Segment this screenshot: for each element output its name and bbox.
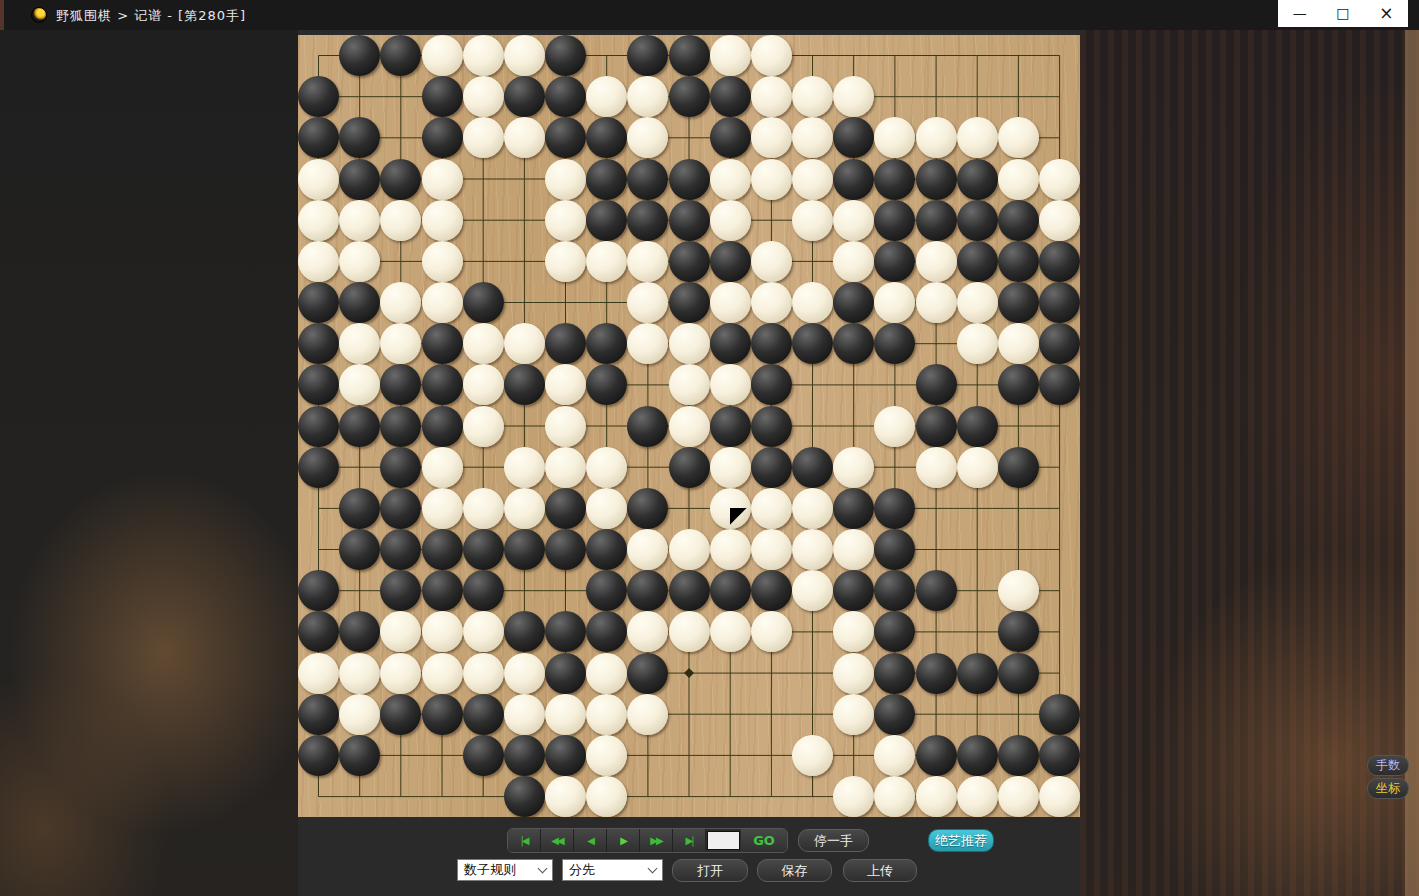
- chevron-down-icon: [538, 863, 548, 873]
- black-stone: [339, 35, 380, 76]
- white-stone: [874, 406, 915, 447]
- close-button[interactable]: ×: [1366, 0, 1406, 27]
- black-stone: [710, 323, 751, 364]
- white-stone: [833, 200, 874, 241]
- black-stone: [298, 447, 339, 488]
- black-stone: [298, 282, 339, 323]
- black-stone: [422, 406, 463, 447]
- white-stone: [545, 694, 586, 735]
- chevron-down-icon: [648, 863, 658, 873]
- black-stone: [627, 653, 668, 694]
- black-stone: [422, 117, 463, 158]
- black-stone: [669, 35, 710, 76]
- black-stone: [504, 364, 545, 405]
- black-stone: [380, 529, 421, 570]
- ai-recommend-button[interactable]: 绝艺推荐: [928, 829, 994, 852]
- pass-button[interactable]: 停一手: [798, 829, 869, 852]
- white-stone: [751, 488, 792, 529]
- save-button[interactable]: 保存: [757, 859, 832, 882]
- black-stone: [792, 447, 833, 488]
- white-stone: [298, 159, 339, 200]
- star-point: [684, 668, 694, 678]
- black-stone: [298, 323, 339, 364]
- black-stone: [586, 159, 627, 200]
- white-stone: [298, 241, 339, 282]
- rule-select[interactable]: 数子规则: [457, 859, 553, 881]
- back-button[interactable]: ◀: [574, 829, 607, 852]
- white-stone: [792, 117, 833, 158]
- black-stone: [669, 570, 710, 611]
- white-stone: [751, 282, 792, 323]
- background-art-left: [0, 30, 298, 896]
- handicap-select[interactable]: 分先: [562, 859, 663, 881]
- black-stone: [998, 653, 1039, 694]
- black-stone: [916, 200, 957, 241]
- white-stone: [422, 35, 463, 76]
- black-stone: [339, 488, 380, 529]
- black-stone: [710, 406, 751, 447]
- black-stone: [916, 653, 957, 694]
- black-stone: [1039, 241, 1080, 282]
- first-move-button[interactable]: |◀: [508, 829, 541, 852]
- white-stone: [751, 529, 792, 570]
- black-stone: [751, 570, 792, 611]
- black-stone: [957, 653, 998, 694]
- forward-button[interactable]: ▶: [607, 829, 640, 852]
- black-stone: [916, 406, 957, 447]
- move-jump-input[interactable]: [707, 831, 740, 850]
- white-stone: [545, 159, 586, 200]
- move-numbers-toggle[interactable]: 手数: [1367, 755, 1409, 776]
- white-stone: [669, 406, 710, 447]
- go-button[interactable]: GO: [741, 829, 787, 852]
- go-board[interactable]: [298, 35, 1080, 817]
- black-stone: [874, 488, 915, 529]
- black-stone: [298, 76, 339, 117]
- black-stone: [504, 735, 545, 776]
- white-stone: [298, 200, 339, 241]
- black-stone: [710, 570, 751, 611]
- black-stone: [751, 447, 792, 488]
- white-stone: [545, 200, 586, 241]
- black-stone: [627, 200, 668, 241]
- black-stone: [957, 200, 998, 241]
- white-stone: [380, 200, 421, 241]
- white-stone: [463, 364, 504, 405]
- white-stone: [833, 694, 874, 735]
- black-stone: [504, 611, 545, 652]
- maximize-button[interactable]: □: [1323, 0, 1363, 27]
- black-stone: [463, 735, 504, 776]
- white-stone: [545, 406, 586, 447]
- black-stone: [627, 488, 668, 529]
- black-stone: [422, 529, 463, 570]
- white-stone: [380, 282, 421, 323]
- white-stone: [339, 241, 380, 282]
- black-stone: [710, 241, 751, 282]
- black-stone: [627, 406, 668, 447]
- white-stone: [422, 159, 463, 200]
- black-stone: [298, 694, 339, 735]
- fast-back-icon: ◀◀: [551, 829, 562, 852]
- white-stone: [998, 776, 1039, 817]
- forward-icon: ▶: [620, 829, 626, 852]
- white-stone: [751, 611, 792, 652]
- white-stone: [504, 35, 545, 76]
- app-logo-icon: [31, 7, 47, 23]
- black-stone: [1039, 735, 1080, 776]
- black-stone: [669, 282, 710, 323]
- white-stone: [751, 76, 792, 117]
- white-stone: [998, 323, 1039, 364]
- white-stone: [998, 159, 1039, 200]
- white-stone: [751, 117, 792, 158]
- white-stone: [463, 611, 504, 652]
- white-stone: [1039, 159, 1080, 200]
- black-stone: [422, 694, 463, 735]
- white-stone: [627, 241, 668, 282]
- window-controls: — □ ×: [1278, 0, 1408, 27]
- black-stone: [422, 570, 463, 611]
- white-stone: [1039, 200, 1080, 241]
- black-stone: [463, 570, 504, 611]
- black-stone: [916, 570, 957, 611]
- white-stone: [916, 776, 957, 817]
- white-stone: [669, 529, 710, 570]
- white-stone: [710, 35, 751, 76]
- white-stone: [957, 323, 998, 364]
- black-stone: [545, 76, 586, 117]
- black-stone: [916, 735, 957, 776]
- fast-back-button[interactable]: ◀◀: [541, 829, 574, 852]
- black-stone: [586, 529, 627, 570]
- last-move-button[interactable]: ▶|: [673, 829, 706, 852]
- black-stone: [874, 200, 915, 241]
- black-stone: [916, 364, 957, 405]
- black-stone: [422, 364, 463, 405]
- white-stone: [792, 570, 833, 611]
- black-stone: [710, 76, 751, 117]
- white-stone: [463, 653, 504, 694]
- black-stone: [298, 406, 339, 447]
- white-stone: [833, 653, 874, 694]
- black-stone: [380, 694, 421, 735]
- minimize-button[interactable]: —: [1280, 0, 1320, 27]
- black-stone: [669, 241, 710, 282]
- black-stone: [669, 200, 710, 241]
- open-button[interactable]: 打开: [672, 859, 748, 882]
- white-stone: [463, 35, 504, 76]
- black-stone: [998, 611, 1039, 652]
- white-stone: [669, 364, 710, 405]
- black-stone: [957, 735, 998, 776]
- black-stone: [957, 159, 998, 200]
- black-stone: [957, 241, 998, 282]
- black-stone: [669, 447, 710, 488]
- white-stone: [339, 200, 380, 241]
- black-stone: [998, 735, 1039, 776]
- white-stone: [586, 447, 627, 488]
- white-stone: [710, 529, 751, 570]
- white-stone: [874, 735, 915, 776]
- white-stone: [422, 200, 463, 241]
- app-window: 野狐围棋 > 记谱 - [第280手] — □ × |◀ ◀◀ ◀ ▶ ▶▶ ▶…: [0, 0, 1419, 896]
- white-stone: [586, 241, 627, 282]
- black-stone: [998, 200, 1039, 241]
- white-stone: [504, 488, 545, 529]
- white-stone: [792, 159, 833, 200]
- white-stone: [998, 117, 1039, 158]
- white-stone: [916, 117, 957, 158]
- white-stone: [504, 694, 545, 735]
- white-stone: [504, 117, 545, 158]
- black-stone: [463, 282, 504, 323]
- white-stone: [833, 776, 874, 817]
- white-stone: [669, 323, 710, 364]
- back-icon: ◀: [587, 829, 593, 852]
- black-stone: [298, 117, 339, 158]
- white-stone: [422, 447, 463, 488]
- white-stone: [751, 35, 792, 76]
- white-stone: [298, 653, 339, 694]
- white-stone: [792, 200, 833, 241]
- black-stone: [874, 241, 915, 282]
- white-stone: [792, 76, 833, 117]
- white-stone: [833, 447, 874, 488]
- white-stone: [545, 447, 586, 488]
- white-stone: [545, 241, 586, 282]
- black-stone: [586, 200, 627, 241]
- black-stone: [504, 529, 545, 570]
- coordinates-toggle[interactable]: 坐标: [1367, 778, 1409, 799]
- black-stone: [751, 323, 792, 364]
- black-stone: [751, 406, 792, 447]
- black-stone: [545, 35, 586, 76]
- white-stone: [998, 570, 1039, 611]
- black-stone: [339, 159, 380, 200]
- black-stone: [998, 447, 1039, 488]
- white-stone: [422, 653, 463, 694]
- rule-select-value: 数子规则: [464, 861, 516, 879]
- window-title: 野狐围棋 > 记谱 - [第280手]: [56, 7, 246, 25]
- black-stone: [463, 529, 504, 570]
- skip-to-end-icon: ▶|: [685, 829, 692, 852]
- white-stone: [751, 241, 792, 282]
- white-stone: [833, 529, 874, 570]
- black-stone: [874, 694, 915, 735]
- black-stone: [916, 159, 957, 200]
- black-stone: [339, 406, 380, 447]
- black-stone: [710, 117, 751, 158]
- black-stone: [339, 282, 380, 323]
- black-stone: [422, 323, 463, 364]
- black-stone: [833, 488, 874, 529]
- white-stone: [422, 282, 463, 323]
- white-stone: [792, 488, 833, 529]
- white-stone: [916, 241, 957, 282]
- black-stone: [1039, 282, 1080, 323]
- white-stone: [833, 241, 874, 282]
- black-stone: [380, 447, 421, 488]
- black-stone: [751, 364, 792, 405]
- black-stone: [422, 76, 463, 117]
- white-stone: [586, 694, 627, 735]
- black-stone: [957, 406, 998, 447]
- white-stone: [463, 488, 504, 529]
- black-stone: [380, 159, 421, 200]
- black-stone: [545, 117, 586, 158]
- black-stone: [545, 735, 586, 776]
- fast-forward-button[interactable]: ▶▶: [640, 829, 673, 852]
- white-stone: [586, 776, 627, 817]
- white-stone: [627, 694, 668, 735]
- white-stone: [586, 488, 627, 529]
- white-stone: [710, 200, 751, 241]
- white-stone: [710, 611, 751, 652]
- black-stone: [998, 241, 1039, 282]
- white-stone: [422, 611, 463, 652]
- black-stone: [380, 35, 421, 76]
- black-stone: [545, 653, 586, 694]
- last-move-triangle-marker: [730, 508, 747, 525]
- black-stone: [1039, 694, 1080, 735]
- white-stone: [710, 488, 751, 529]
- white-stone: [463, 323, 504, 364]
- white-stone: [586, 735, 627, 776]
- black-stone: [627, 159, 668, 200]
- white-stone: [545, 776, 586, 817]
- white-stone: [792, 282, 833, 323]
- white-stone: [1039, 776, 1080, 817]
- black-stone: [298, 570, 339, 611]
- black-stone: [339, 529, 380, 570]
- white-stone: [380, 653, 421, 694]
- black-stone: [669, 76, 710, 117]
- black-stone: [792, 323, 833, 364]
- black-stone: [874, 159, 915, 200]
- white-stone: [957, 776, 998, 817]
- white-stone: [957, 447, 998, 488]
- black-stone: [339, 735, 380, 776]
- white-stone: [957, 117, 998, 158]
- white-stone: [463, 76, 504, 117]
- black-stone: [545, 323, 586, 364]
- white-stone: [916, 282, 957, 323]
- handicap-select-value: 分先: [569, 861, 595, 879]
- white-stone: [792, 735, 833, 776]
- white-stone: [463, 406, 504, 447]
- black-stone: [380, 406, 421, 447]
- black-stone: [380, 488, 421, 529]
- black-stone: [545, 488, 586, 529]
- white-stone: [710, 364, 751, 405]
- screen-edge-strip: [0, 0, 4, 30]
- white-stone: [339, 694, 380, 735]
- black-stone: [545, 529, 586, 570]
- black-stone: [504, 76, 545, 117]
- black-stone: [1039, 323, 1080, 364]
- white-stone: [792, 529, 833, 570]
- white-stone: [669, 611, 710, 652]
- upload-button[interactable]: 上传: [843, 859, 917, 882]
- white-stone: [504, 653, 545, 694]
- black-stone: [998, 282, 1039, 323]
- white-stone: [504, 447, 545, 488]
- white-stone: [751, 159, 792, 200]
- title-bar: 野狐围棋 > 记谱 - [第280手] — □ ×: [0, 0, 1419, 30]
- white-stone: [957, 282, 998, 323]
- white-stone: [339, 653, 380, 694]
- black-stone: [463, 694, 504, 735]
- black-stone: [833, 159, 874, 200]
- white-stone: [586, 653, 627, 694]
- white-stone: [916, 447, 957, 488]
- fast-forward-icon: ▶▶: [650, 829, 661, 852]
- black-stone: [833, 282, 874, 323]
- white-stone: [422, 241, 463, 282]
- black-stone: [298, 735, 339, 776]
- black-stone: [669, 159, 710, 200]
- black-stone: [504, 776, 545, 817]
- navigation-controls: |◀ ◀◀ ◀ ▶ ▶▶ ▶| GO: [507, 828, 788, 853]
- skip-to-start-icon: |◀: [520, 829, 527, 852]
- white-stone: [710, 447, 751, 488]
- white-stone: [463, 117, 504, 158]
- white-stone: [710, 282, 751, 323]
- white-stone: [710, 159, 751, 200]
- black-stone: [874, 653, 915, 694]
- white-stone: [504, 323, 545, 364]
- black-stone: [998, 364, 1039, 405]
- white-stone: [422, 488, 463, 529]
